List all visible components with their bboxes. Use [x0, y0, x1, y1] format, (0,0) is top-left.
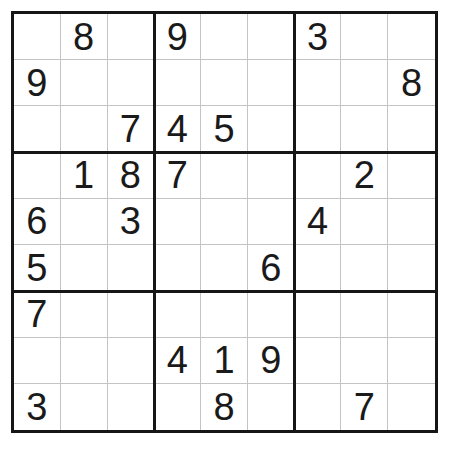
- cell-r3c4-given[interactable]: 4: [154, 106, 201, 152]
- cell-r8c2-empty[interactable]: [61, 338, 108, 384]
- cell-r8c7-empty[interactable]: [295, 338, 342, 384]
- cell-r8c6-given[interactable]: 9: [248, 338, 295, 384]
- cell-r1c1-empty[interactable]: [14, 14, 61, 60]
- cell-r4c2-given[interactable]: 1: [61, 153, 108, 199]
- cell-r9c2-empty[interactable]: [61, 384, 108, 430]
- cell-r2c2-empty[interactable]: [61, 60, 108, 106]
- cell-r3c2-empty[interactable]: [61, 106, 108, 152]
- cell-r5c4-empty[interactable]: [154, 199, 201, 245]
- cell-r6c2-empty[interactable]: [61, 245, 108, 291]
- cell-r6c4-empty[interactable]: [154, 245, 201, 291]
- cell-r6c6-given[interactable]: 6: [248, 245, 295, 291]
- sudoku-board: 893987451872634567419387: [11, 11, 438, 433]
- cell-r5c1-given[interactable]: 6: [14, 199, 61, 245]
- cell-r6c7-empty[interactable]: [295, 245, 342, 291]
- cell-r7c1-given[interactable]: 7: [14, 291, 61, 337]
- cell-r7c2-empty[interactable]: [61, 291, 108, 337]
- cell-r3c6-empty[interactable]: [248, 106, 295, 152]
- cell-r1c2-given[interactable]: 8: [61, 14, 108, 60]
- cell-r2c6-empty[interactable]: [248, 60, 295, 106]
- cell-r9c7-empty[interactable]: [295, 384, 342, 430]
- cell-r2c8-empty[interactable]: [341, 60, 388, 106]
- cell-r2c9-given[interactable]: 8: [388, 60, 435, 106]
- cell-r2c4-empty[interactable]: [154, 60, 201, 106]
- cell-r4c6-empty[interactable]: [248, 153, 295, 199]
- cell-r5c7-given[interactable]: 4: [295, 199, 342, 245]
- cell-r1c7-given[interactable]: 3: [295, 14, 342, 60]
- cell-r1c9-empty[interactable]: [388, 14, 435, 60]
- cell-r3c7-empty[interactable]: [295, 106, 342, 152]
- cell-r3c5-given[interactable]: 5: [201, 106, 248, 152]
- cell-r8c1-empty[interactable]: [14, 338, 61, 384]
- cell-r2c7-empty[interactable]: [295, 60, 342, 106]
- cell-r3c1-empty[interactable]: [14, 106, 61, 152]
- cell-r7c6-empty[interactable]: [248, 291, 295, 337]
- cell-r5c8-empty[interactable]: [341, 199, 388, 245]
- cell-r7c4-empty[interactable]: [154, 291, 201, 337]
- cell-r6c3-empty[interactable]: [108, 245, 155, 291]
- cell-r2c3-empty[interactable]: [108, 60, 155, 106]
- cell-r4c4-given[interactable]: 7: [154, 153, 201, 199]
- cell-r2c1-given[interactable]: 9: [14, 60, 61, 106]
- cell-r4c3-given[interactable]: 8: [108, 153, 155, 199]
- cell-r5c2-empty[interactable]: [61, 199, 108, 245]
- sudoku-page: 893987451872634567419387: [0, 0, 468, 450]
- cell-r4c7-empty[interactable]: [295, 153, 342, 199]
- cell-r4c8-given[interactable]: 2: [341, 153, 388, 199]
- cell-r9c6-empty[interactable]: [248, 384, 295, 430]
- cell-r8c5-given[interactable]: 1: [201, 338, 248, 384]
- cell-r7c8-empty[interactable]: [341, 291, 388, 337]
- cell-r7c5-empty[interactable]: [201, 291, 248, 337]
- cell-r1c8-empty[interactable]: [341, 14, 388, 60]
- cell-r9c5-given[interactable]: 8: [201, 384, 248, 430]
- cell-r5c5-empty[interactable]: [201, 199, 248, 245]
- cell-r9c9-empty[interactable]: [388, 384, 435, 430]
- cell-r3c3-given[interactable]: 7: [108, 106, 155, 152]
- cell-r8c4-given[interactable]: 4: [154, 338, 201, 384]
- cell-r1c4-given[interactable]: 9: [154, 14, 201, 60]
- cell-r9c1-given[interactable]: 3: [14, 384, 61, 430]
- cell-r1c5-empty[interactable]: [201, 14, 248, 60]
- cell-r6c9-empty[interactable]: [388, 245, 435, 291]
- cell-r8c8-empty[interactable]: [341, 338, 388, 384]
- cell-r4c1-empty[interactable]: [14, 153, 61, 199]
- cell-r1c6-empty[interactable]: [248, 14, 295, 60]
- cell-r7c3-empty[interactable]: [108, 291, 155, 337]
- cell-r8c9-empty[interactable]: [388, 338, 435, 384]
- cell-r6c5-empty[interactable]: [201, 245, 248, 291]
- cell-r8c3-empty[interactable]: [108, 338, 155, 384]
- cell-r5c3-given[interactable]: 3: [108, 199, 155, 245]
- cell-r4c5-empty[interactable]: [201, 153, 248, 199]
- cell-r1c3-empty[interactable]: [108, 14, 155, 60]
- cell-r9c3-empty[interactable]: [108, 384, 155, 430]
- cell-r7c9-empty[interactable]: [388, 291, 435, 337]
- cell-r9c8-given[interactable]: 7: [341, 384, 388, 430]
- cell-r4c9-empty[interactable]: [388, 153, 435, 199]
- cell-r6c8-empty[interactable]: [341, 245, 388, 291]
- cell-r6c1-given[interactable]: 5: [14, 245, 61, 291]
- cell-r7c7-empty[interactable]: [295, 291, 342, 337]
- cell-r3c8-empty[interactable]: [341, 106, 388, 152]
- cell-r5c9-empty[interactable]: [388, 199, 435, 245]
- cell-r2c5-empty[interactable]: [201, 60, 248, 106]
- cell-r5c6-empty[interactable]: [248, 199, 295, 245]
- cell-r9c4-empty[interactable]: [154, 384, 201, 430]
- cell-r3c9-empty[interactable]: [388, 106, 435, 152]
